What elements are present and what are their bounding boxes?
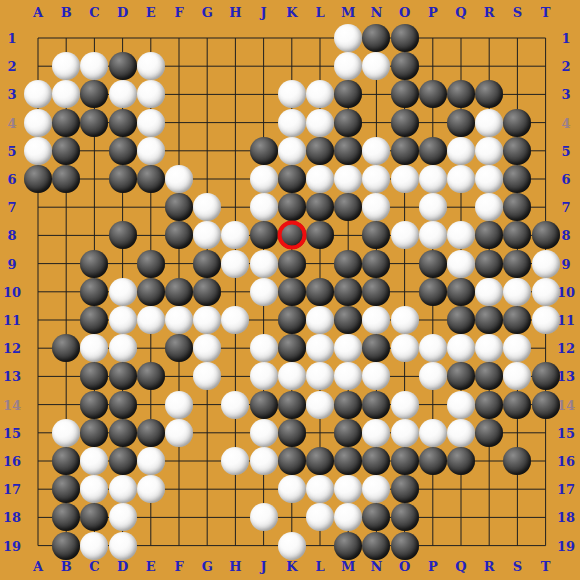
stone-black-K10: [278, 278, 306, 306]
row-label-left-12: 12: [3, 342, 21, 355]
stone-white-G7: [193, 193, 221, 221]
stone-black-K15: [278, 419, 306, 447]
stone-white-T9: [532, 250, 560, 278]
stone-black-N12: [362, 334, 390, 362]
stone-black-C4: [80, 109, 108, 137]
col-label-top-Q: Q: [455, 6, 466, 19]
stone-white-H9: [221, 250, 249, 278]
stone-black-K12: [278, 334, 306, 362]
stone-white-C17: [80, 475, 108, 503]
stone-white-C2: [80, 52, 108, 80]
stone-black-M15: [334, 419, 362, 447]
stone-white-J9: [250, 250, 278, 278]
stone-white-M13: [334, 362, 362, 390]
stone-white-N13: [362, 362, 390, 390]
row-label-right-3: 3: [561, 88, 570, 101]
stone-black-B4: [52, 109, 80, 137]
col-label-bottom-J: J: [261, 560, 267, 573]
stone-white-H8: [221, 221, 249, 249]
stone-white-H16: [221, 447, 249, 475]
stone-black-R14: [475, 391, 503, 419]
stone-black-Q13: [447, 362, 475, 390]
row-label-left-6: 6: [7, 173, 16, 186]
col-label-bottom-G: G: [202, 560, 213, 573]
stone-white-M2: [334, 52, 362, 80]
stone-black-B5: [52, 137, 80, 165]
stone-white-J7: [250, 193, 278, 221]
row-label-left-17: 17: [3, 483, 21, 496]
stone-black-K11: [278, 306, 306, 334]
stone-black-M11: [334, 306, 362, 334]
stone-black-C11: [80, 306, 108, 334]
stone-white-H14: [221, 391, 249, 419]
stone-white-J13: [250, 362, 278, 390]
row-label-right-1: 1: [561, 32, 570, 45]
row-label-left-3: 3: [7, 88, 16, 101]
stone-black-D15: [109, 419, 137, 447]
row-label-right-6: 6: [561, 173, 570, 186]
stone-black-M4: [334, 109, 362, 137]
stone-black-F10: [165, 278, 193, 306]
stone-white-S13: [503, 362, 531, 390]
stone-black-P3: [419, 80, 447, 108]
stone-white-D10: [109, 278, 137, 306]
stone-white-Q9: [447, 250, 475, 278]
stone-white-F11: [165, 306, 193, 334]
stone-white-L14: [306, 391, 334, 419]
stone-black-D2: [109, 52, 137, 80]
stone-white-C12: [80, 334, 108, 362]
stone-white-A4: [24, 109, 52, 137]
stone-white-K19: [278, 532, 306, 560]
stone-white-N15: [362, 419, 390, 447]
col-label-top-F: F: [174, 6, 183, 19]
col-label-top-H: H: [229, 6, 241, 19]
stone-black-D14: [109, 391, 137, 419]
stone-white-C16: [80, 447, 108, 475]
stone-white-D3: [109, 80, 137, 108]
stone-black-S9: [503, 250, 531, 278]
stone-black-O1: [391, 24, 419, 52]
row-label-right-16: 16: [557, 455, 575, 468]
stone-black-R11: [475, 306, 503, 334]
stone-black-N14: [362, 391, 390, 419]
row-label-left-5: 5: [7, 144, 16, 157]
stone-white-O11: [391, 306, 419, 334]
stone-black-O3: [391, 80, 419, 108]
stone-black-K6: [278, 165, 306, 193]
stone-black-E15: [137, 419, 165, 447]
stone-black-B6: [52, 165, 80, 193]
stone-black-F7: [165, 193, 193, 221]
row-label-left-7: 7: [7, 201, 16, 214]
stone-black-S16: [503, 447, 531, 475]
stone-white-T11: [532, 306, 560, 334]
stone-black-N19: [362, 532, 390, 560]
stone-white-J18: [250, 503, 278, 531]
stone-black-Q10: [447, 278, 475, 306]
stone-black-D13: [109, 362, 137, 390]
row-label-right-8: 8: [561, 229, 570, 242]
stone-white-R7: [475, 193, 503, 221]
stone-black-M16: [334, 447, 362, 475]
row-label-left-15: 15: [3, 426, 21, 439]
row-label-left-19: 19: [3, 539, 21, 552]
stone-black-A6: [24, 165, 52, 193]
stone-white-N7: [362, 193, 390, 221]
stone-white-E2: [137, 52, 165, 80]
stone-black-E10: [137, 278, 165, 306]
stone-white-E16: [137, 447, 165, 475]
stone-black-S14: [503, 391, 531, 419]
col-label-top-K: K: [286, 6, 297, 19]
stone-black-S7: [503, 193, 531, 221]
stone-black-C9: [80, 250, 108, 278]
stone-white-D12: [109, 334, 137, 362]
stone-white-Q6: [447, 165, 475, 193]
row-label-right-13: 13: [557, 370, 575, 383]
stone-white-K4: [278, 109, 306, 137]
stone-white-J16: [250, 447, 278, 475]
row-label-left-8: 8: [7, 229, 16, 242]
row-label-left-18: 18: [3, 511, 21, 524]
col-label-top-C: C: [89, 6, 99, 19]
col-label-bottom-S: S: [513, 560, 522, 573]
stone-black-N10: [362, 278, 390, 306]
stone-white-P15: [419, 419, 447, 447]
stone-black-N18: [362, 503, 390, 531]
stone-black-B18: [52, 503, 80, 531]
stone-white-S12: [503, 334, 531, 362]
stone-white-Q15: [447, 419, 475, 447]
stone-black-N8: [362, 221, 390, 249]
stone-black-L8: [306, 221, 334, 249]
stone-black-M7: [334, 193, 362, 221]
stone-white-K3: [278, 80, 306, 108]
stone-black-F12: [165, 334, 193, 362]
stone-white-G11: [193, 306, 221, 334]
stone-white-A3: [24, 80, 52, 108]
stone-black-D4: [109, 109, 137, 137]
col-label-bottom-A: A: [33, 560, 43, 573]
stone-black-Q3: [447, 80, 475, 108]
stone-white-O14: [391, 391, 419, 419]
stone-black-O17: [391, 475, 419, 503]
stone-black-S11: [503, 306, 531, 334]
stone-white-G12: [193, 334, 221, 362]
stone-black-E6: [137, 165, 165, 193]
stone-white-J10: [250, 278, 278, 306]
stone-black-N16: [362, 447, 390, 475]
stone-white-L11: [306, 306, 334, 334]
stone-white-D17: [109, 475, 137, 503]
stone-white-M12: [334, 334, 362, 362]
stone-white-K13: [278, 362, 306, 390]
stone-white-R12: [475, 334, 503, 362]
row-label-right-2: 2: [561, 60, 570, 73]
stone-white-B2: [52, 52, 80, 80]
stone-black-P9: [419, 250, 447, 278]
col-label-bottom-R: R: [484, 560, 495, 573]
stone-white-C19: [80, 532, 108, 560]
stone-white-F15: [165, 419, 193, 447]
stone-black-M10: [334, 278, 362, 306]
stone-white-E3: [137, 80, 165, 108]
stone-black-B17: [52, 475, 80, 503]
stone-black-O4: [391, 109, 419, 137]
stone-white-M17: [334, 475, 362, 503]
stone-black-O18: [391, 503, 419, 531]
stone-white-O12: [391, 334, 419, 362]
stone-black-G10: [193, 278, 221, 306]
row-label-right-19: 19: [557, 539, 575, 552]
col-label-top-S: S: [513, 6, 522, 19]
stone-white-H11: [221, 306, 249, 334]
stone-white-P7: [419, 193, 447, 221]
stone-black-J5: [250, 137, 278, 165]
stone-white-B15: [52, 419, 80, 447]
stone-black-G9: [193, 250, 221, 278]
row-label-right-4: 4: [561, 116, 570, 129]
row-label-left-16: 16: [3, 455, 21, 468]
stone-black-K14: [278, 391, 306, 419]
stone-white-M18: [334, 503, 362, 531]
row-label-right-15: 15: [557, 426, 575, 439]
stone-white-E5: [137, 137, 165, 165]
stone-black-B12: [52, 334, 80, 362]
col-label-bottom-O: O: [399, 560, 410, 573]
row-label-left-11: 11: [3, 314, 21, 327]
stone-white-L12: [306, 334, 334, 362]
stone-white-Q8: [447, 221, 475, 249]
stone-black-C18: [80, 503, 108, 531]
stone-black-D8: [109, 221, 137, 249]
col-label-bottom-L: L: [315, 560, 324, 573]
stone-black-N1: [362, 24, 390, 52]
col-label-top-G: G: [202, 6, 213, 19]
col-label-top-A: A: [33, 6, 43, 19]
stone-black-S5: [503, 137, 531, 165]
stone-black-D5: [109, 137, 137, 165]
stone-white-O8: [391, 221, 419, 249]
stone-white-E4: [137, 109, 165, 137]
stone-white-F14: [165, 391, 193, 419]
row-label-left-10: 10: [3, 285, 21, 298]
stone-white-P8: [419, 221, 447, 249]
stone-black-F8: [165, 221, 193, 249]
row-label-left-14: 14: [3, 398, 21, 411]
stone-white-N11: [362, 306, 390, 334]
stone-black-R15: [475, 419, 503, 447]
stone-black-M3: [334, 80, 362, 108]
stone-black-D6: [109, 165, 137, 193]
stone-black-M5: [334, 137, 362, 165]
row-label-right-14: 14: [557, 398, 575, 411]
stone-white-S10: [503, 278, 531, 306]
stone-white-P12: [419, 334, 447, 362]
stone-black-N9: [362, 250, 390, 278]
stone-white-A5: [24, 137, 52, 165]
row-label-right-18: 18: [557, 511, 575, 524]
stone-white-P6: [419, 165, 447, 193]
stone-white-K5: [278, 137, 306, 165]
stone-black-B19: [52, 532, 80, 560]
stone-black-C10: [80, 278, 108, 306]
col-label-top-N: N: [370, 6, 382, 19]
stone-black-T8: [532, 221, 560, 249]
stone-black-P5: [419, 137, 447, 165]
row-label-right-9: 9: [561, 257, 570, 270]
stone-white-P13: [419, 362, 447, 390]
stone-black-L16: [306, 447, 334, 475]
stone-white-Q12: [447, 334, 475, 362]
stone-white-F6: [165, 165, 193, 193]
row-label-left-13: 13: [3, 370, 21, 383]
stone-white-J12: [250, 334, 278, 362]
col-label-bottom-M: M: [341, 560, 355, 573]
col-label-top-D: D: [117, 6, 128, 19]
stone-white-L6: [306, 165, 334, 193]
stone-white-Q14: [447, 391, 475, 419]
stone-white-E11: [137, 306, 165, 334]
stone-black-C3: [80, 80, 108, 108]
stone-white-L17: [306, 475, 334, 503]
stone-white-G8: [193, 221, 221, 249]
stone-black-P10: [419, 278, 447, 306]
stone-black-T14: [532, 391, 560, 419]
col-label-bottom-F: F: [174, 560, 183, 573]
stone-white-N17: [362, 475, 390, 503]
stone-white-L13: [306, 362, 334, 390]
stone-black-P16: [419, 447, 447, 475]
stone-black-C14: [80, 391, 108, 419]
stone-white-D18: [109, 503, 137, 531]
stone-white-L3: [306, 80, 334, 108]
stone-white-J15: [250, 419, 278, 447]
col-label-bottom-P: P: [428, 560, 438, 573]
stone-white-B3: [52, 80, 80, 108]
stone-white-M6: [334, 165, 362, 193]
stone-black-B16: [52, 447, 80, 475]
col-label-top-M: M: [341, 6, 355, 19]
row-label-right-5: 5: [561, 144, 570, 157]
stone-white-K17: [278, 475, 306, 503]
stone-black-M14: [334, 391, 362, 419]
stone-black-E13: [137, 362, 165, 390]
stone-black-S8: [503, 221, 531, 249]
stone-white-N6: [362, 165, 390, 193]
stone-white-Q5: [447, 137, 475, 165]
stone-white-M1: [334, 24, 362, 52]
col-label-bottom-B: B: [61, 560, 72, 573]
stone-white-D11: [109, 306, 137, 334]
last-move-marker: [277, 221, 306, 250]
stone-black-O16: [391, 447, 419, 475]
stone-black-C15: [80, 419, 108, 447]
stone-white-L18: [306, 503, 334, 531]
stone-black-J8: [250, 221, 278, 249]
stone-white-L4: [306, 109, 334, 137]
stone-black-K9: [278, 250, 306, 278]
col-label-top-R: R: [484, 6, 495, 19]
stone-white-D19: [109, 532, 137, 560]
stone-black-Q4: [447, 109, 475, 137]
row-label-right-12: 12: [557, 342, 575, 355]
stone-black-E9: [137, 250, 165, 278]
stone-black-O19: [391, 532, 419, 560]
stone-black-K7: [278, 193, 306, 221]
stone-white-N5: [362, 137, 390, 165]
stone-black-J14: [250, 391, 278, 419]
stone-white-G13: [193, 362, 221, 390]
stone-black-R3: [475, 80, 503, 108]
col-label-bottom-K: K: [286, 560, 297, 573]
row-label-right-10: 10: [557, 285, 575, 298]
stone-white-O6: [391, 165, 419, 193]
stone-black-L10: [306, 278, 334, 306]
stone-white-T10: [532, 278, 560, 306]
stone-black-S4: [503, 109, 531, 137]
col-label-top-L: L: [315, 6, 324, 19]
col-label-top-P: P: [428, 6, 438, 19]
stone-black-O5: [391, 137, 419, 165]
stone-black-L7: [306, 193, 334, 221]
row-label-right-17: 17: [557, 483, 575, 496]
stone-white-O15: [391, 419, 419, 447]
stone-white-R6: [475, 165, 503, 193]
col-label-bottom-Q: Q: [455, 560, 466, 573]
stone-black-S6: [503, 165, 531, 193]
stone-black-T13: [532, 362, 560, 390]
stone-black-D16: [109, 447, 137, 475]
col-label-bottom-T: T: [541, 560, 551, 573]
row-label-left-2: 2: [7, 60, 16, 73]
row-label-left-9: 9: [7, 257, 16, 270]
stone-black-K16: [278, 447, 306, 475]
stone-black-O2: [391, 52, 419, 80]
col-label-bottom-H: H: [229, 560, 241, 573]
row-label-right-11: 11: [557, 314, 575, 327]
stone-black-R8: [475, 221, 503, 249]
stone-black-M9: [334, 250, 362, 278]
stone-black-C13: [80, 362, 108, 390]
stone-white-E17: [137, 475, 165, 503]
row-label-left-1: 1: [7, 32, 16, 45]
go-board[interactable]: AABBCCDDEEFFGGHHJJKKLLMMNNOOPPQQRRSSTT11…: [0, 0, 580, 580]
stone-black-R9: [475, 250, 503, 278]
col-label-bottom-D: D: [117, 560, 128, 573]
stone-white-R4: [475, 109, 503, 137]
col-label-top-J: J: [261, 6, 267, 19]
col-label-top-T: T: [541, 6, 551, 19]
row-label-right-7: 7: [561, 201, 570, 214]
col-label-bottom-N: N: [370, 560, 382, 573]
col-label-top-B: B: [61, 6, 72, 19]
stone-black-M19: [334, 532, 362, 560]
stone-white-J6: [250, 165, 278, 193]
row-label-left-4: 4: [7, 116, 16, 129]
stone-black-L5: [306, 137, 334, 165]
stone-white-R5: [475, 137, 503, 165]
stone-black-Q16: [447, 447, 475, 475]
col-label-bottom-E: E: [146, 560, 156, 573]
col-label-bottom-C: C: [89, 560, 99, 573]
stone-white-R10: [475, 278, 503, 306]
col-label-top-E: E: [146, 6, 156, 19]
stone-black-Q11: [447, 306, 475, 334]
col-label-top-O: O: [399, 6, 410, 19]
stone-white-N2: [362, 52, 390, 80]
